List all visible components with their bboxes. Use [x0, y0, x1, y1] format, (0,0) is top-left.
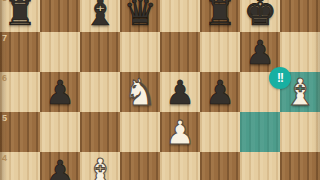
- square-h5[interactable]: [280, 112, 320, 152]
- square-a6[interactable]: 6: [0, 72, 40, 112]
- square-f6[interactable]: ♟: [200, 72, 240, 112]
- square-e8[interactable]: [160, 0, 200, 32]
- square-b4[interactable]: ♟: [40, 152, 80, 180]
- white-knight-d6[interactable]: ♞: [120, 72, 160, 112]
- square-f4[interactable]: [200, 152, 240, 180]
- square-d4[interactable]: [120, 152, 160, 180]
- square-b6[interactable]: ♟: [40, 72, 80, 112]
- square-a5[interactable]: 5: [0, 112, 40, 152]
- square-e5[interactable]: ♟: [160, 112, 200, 152]
- square-h7[interactable]: [280, 32, 320, 72]
- square-h4[interactable]: [280, 152, 320, 180]
- square-f5[interactable]: [200, 112, 240, 152]
- square-b8[interactable]: [40, 0, 80, 32]
- square-c4[interactable]: ♝: [80, 152, 120, 180]
- square-d6[interactable]: ♞: [120, 72, 160, 112]
- black-rook-f8[interactable]: ♜: [200, 0, 240, 32]
- square-c5[interactable]: [80, 112, 120, 152]
- black-king-g8[interactable]: ♚: [240, 0, 280, 32]
- square-c8[interactable]: ♝: [80, 0, 120, 32]
- rank-label-4: 4: [2, 153, 7, 163]
- rank-label-5: 5: [2, 113, 7, 123]
- brilliant-move-badge: !!: [269, 67, 291, 89]
- square-a8[interactable]: 8♜: [0, 0, 40, 32]
- square-b5[interactable]: [40, 112, 80, 152]
- rank-label-6: 6: [2, 73, 7, 83]
- square-d5[interactable]: [120, 112, 160, 152]
- square-g5[interactable]: [240, 112, 280, 152]
- black-bishop-c8[interactable]: ♝: [80, 0, 120, 32]
- black-pawn-e6[interactable]: ♟: [160, 72, 200, 112]
- white-pawn-e5[interactable]: ♟: [160, 112, 200, 152]
- square-b7[interactable]: [40, 32, 80, 72]
- square-g4[interactable]: [240, 152, 280, 180]
- square-d7[interactable]: [120, 32, 160, 72]
- black-pawn-f6[interactable]: ♟: [200, 72, 240, 112]
- black-pawn-b4[interactable]: ♟: [40, 152, 80, 180]
- chess-board: 8♜♝♛♜♚7♟6♟♞♟♟♝5♟4♟♝: [0, 0, 320, 180]
- square-e6[interactable]: ♟: [160, 72, 200, 112]
- square-e7[interactable]: [160, 32, 200, 72]
- black-rook-a8[interactable]: ♜: [0, 0, 40, 32]
- square-f7[interactable]: [200, 32, 240, 72]
- square-d8[interactable]: ♛: [120, 0, 160, 32]
- square-a7[interactable]: 7: [0, 32, 40, 72]
- rank-label-7: 7: [2, 33, 7, 43]
- square-a4[interactable]: 4: [0, 152, 40, 180]
- square-e4[interactable]: [160, 152, 200, 180]
- black-pawn-b6[interactable]: ♟: [40, 72, 80, 112]
- square-c6[interactable]: [80, 72, 120, 112]
- square-g7[interactable]: ♟: [240, 32, 280, 72]
- white-bishop-c4[interactable]: ♝: [80, 152, 120, 180]
- rank-label-8: 8: [2, 0, 7, 3]
- chessboard-viewport: 8♜♝♛♜♚7♟6♟♞♟♟♝5♟4♟♝ !!: [0, 0, 320, 180]
- square-c7[interactable]: [80, 32, 120, 72]
- square-f8[interactable]: ♜: [200, 0, 240, 32]
- black-pawn-g7[interactable]: ♟: [240, 32, 280, 72]
- black-queen-d8[interactable]: ♛: [120, 0, 160, 32]
- square-g8[interactable]: ♚: [240, 0, 280, 32]
- square-h8[interactable]: [280, 0, 320, 32]
